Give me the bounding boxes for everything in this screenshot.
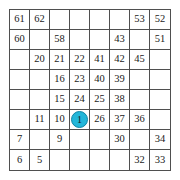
cell-r4c5: 40 [90,70,110,90]
cell-r8c2: 5 [30,150,50,170]
cell-r4c2[interactable] [30,70,50,90]
cell-r2c4[interactable] [70,30,90,50]
cell-r6c1[interactable] [10,110,30,130]
cell-r5c5: 25 [90,90,110,110]
cell-r4c3: 16 [50,70,70,90]
cell-r7c5[interactable] [90,130,110,150]
cell-r1c5[interactable] [90,10,110,30]
cell-r1c8: 52 [150,10,170,30]
cell-r1c4[interactable] [70,10,90,30]
cell-r4c8[interactable] [150,70,170,90]
cell-r6c5: 26 [90,110,110,130]
cell-r5c7[interactable] [130,90,150,110]
cell-r7c2[interactable] [30,130,50,150]
cell-r5c6: 38 [110,90,130,110]
cell-r5c4: 24 [70,90,90,110]
cell-r4c7[interactable] [130,70,150,90]
cell-r1c6[interactable] [110,10,130,30]
cell-r4c4: 23 [70,70,90,90]
cell-r3c4: 22 [70,50,90,70]
cell-r3c6: 42 [110,50,130,70]
cell-r6c2: 11 [30,110,50,130]
cell-r6c3: 10 [50,110,70,130]
cell-r4c6: 39 [110,70,130,90]
cell-r7c4[interactable] [70,130,90,150]
cell-r8c3[interactable] [50,150,70,170]
cell-r7c6: 30 [110,130,130,150]
cell-r1c2: 62 [30,10,50,30]
cell-r8c5[interactable] [90,150,110,170]
cell-r3c8[interactable] [150,50,170,70]
cell-r3c5: 41 [90,50,110,70]
cell-r5c2[interactable] [30,90,50,110]
cell-r8c1: 6 [10,150,30,170]
cell-r5c1[interactable] [10,90,30,110]
cell-r7c7[interactable] [130,130,150,150]
cell-r6c8[interactable] [150,110,170,130]
cell-r2c8: 51 [150,30,170,50]
cell-r7c8: 34 [150,130,170,150]
cell-r8c6[interactable] [110,150,130,170]
cell-r7c1: 7 [10,130,30,150]
cell-r6c4: 1 [70,110,90,130]
cell-r2c5[interactable] [90,30,110,50]
hidato-board: 6162535260584351202122414245162340391524… [9,9,171,171]
cell-r1c3[interactable] [50,10,70,30]
cell-r3c2: 20 [30,50,50,70]
cell-r8c4[interactable] [70,150,90,170]
cell-r2c2[interactable] [30,30,50,50]
cell-r3c3: 21 [50,50,70,70]
cell-r3c1[interactable] [10,50,30,70]
cell-r5c3: 15 [50,90,70,110]
start-cell-circle: 1 [71,111,88,128]
cell-r2c7[interactable] [130,30,150,50]
cell-r8c8: 33 [150,150,170,170]
cell-r2c1: 60 [10,30,30,50]
cell-r3c7: 45 [130,50,150,70]
cell-r8c7: 32 [130,150,150,170]
cell-r1c1: 61 [10,10,30,30]
cell-r7c3: 9 [50,130,70,150]
cell-r6c6: 37 [110,110,130,130]
cell-r2c6: 43 [110,30,130,50]
cell-r5c8[interactable] [150,90,170,110]
cell-r1c7: 53 [130,10,150,30]
cell-r2c3: 58 [50,30,70,50]
cell-r6c7: 36 [130,110,150,130]
cell-r4c1[interactable] [10,70,30,90]
